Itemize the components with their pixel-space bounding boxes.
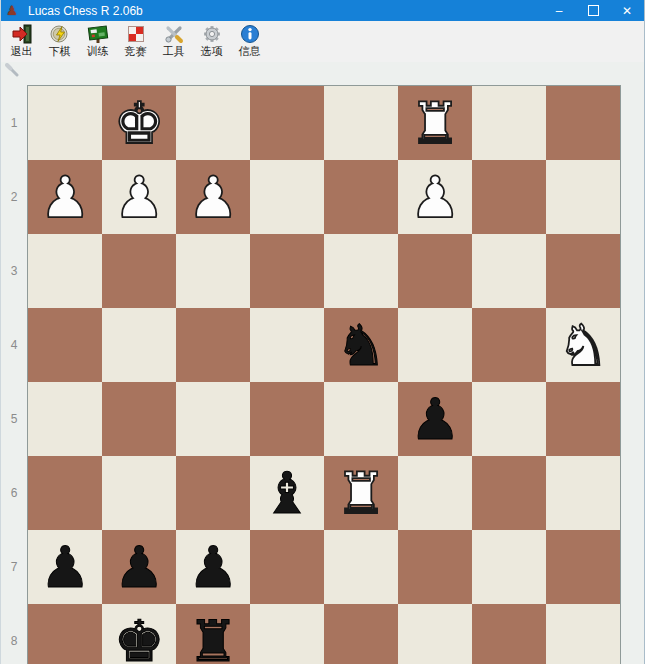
square[interactable] [398,530,472,604]
square[interactable] [250,160,324,234]
minimize-button[interactable]: – [542,0,576,21]
square[interactable] [176,234,250,308]
square[interactable] [398,234,472,308]
square[interactable] [324,604,398,664]
square[interactable] [324,86,398,160]
square[interactable] [546,382,620,456]
main-toolbar: 退出 下棋 训练 [1,21,644,64]
square[interactable] [28,456,102,530]
square[interactable] [102,456,176,530]
toolbar-label-training: 训练 [87,44,109,58]
white-rook[interactable]: ♜ [335,456,386,530]
checkered-flag-icon [126,24,146,44]
rank-label: 4 [1,308,27,382]
square[interactable]: ♟ [398,160,472,234]
toolbar-button-options[interactable]: 选项 [193,23,230,58]
square[interactable] [28,308,102,382]
square[interactable]: ♚ [102,86,176,160]
toolbar-label-exit: 退出 [11,44,33,58]
black-pawn[interactable]: ♟ [39,530,90,604]
app-pawn-icon: ♟ [6,3,22,19]
white-pawn[interactable]: ♟ [409,160,460,234]
toolbar-button-training[interactable]: 训练 [79,23,116,58]
square[interactable] [28,234,102,308]
square[interactable]: ♟ [102,530,176,604]
square[interactable] [250,530,324,604]
square[interactable]: ♜ [324,456,398,530]
square[interactable]: ♞ [546,308,620,382]
square[interactable]: ♟ [176,530,250,604]
toolbar-button-play[interactable]: 下棋 [41,23,78,58]
window-controls: – ✕ [542,0,644,21]
square[interactable]: ♞ [324,308,398,382]
toolbar-label-play: 下棋 [49,44,71,58]
white-king[interactable]: ♚ [113,86,164,160]
square[interactable] [250,86,324,160]
square[interactable] [324,234,398,308]
square[interactable] [28,382,102,456]
square[interactable] [472,456,546,530]
square[interactable]: ♜ [398,86,472,160]
title-bar: ♟ Lucas Chess R 2.06b – ✕ [1,0,644,21]
toolbar-label-tools: 工具 [163,44,185,58]
square[interactable] [472,604,546,664]
toolbar-label-information: 信息 [239,44,261,58]
toolbar-label-competition: 竞赛 [125,44,147,58]
square[interactable] [250,234,324,308]
rank-label: 7 [1,530,27,604]
square[interactable] [546,160,620,234]
rank-label: 8 [1,604,27,664]
board-settings-wrench-icon[interactable] [5,63,20,82]
square[interactable] [398,308,472,382]
toolbar-button-information[interactable]: 信息 [231,23,268,58]
crossed-tools-icon [164,24,184,44]
square[interactable] [472,86,546,160]
square[interactable] [176,382,250,456]
square[interactable] [472,530,546,604]
white-knight[interactable]: ♞ [557,308,608,382]
black-pawn[interactable]: ♟ [187,530,238,604]
square[interactable]: ♝ [250,456,324,530]
square[interactable] [250,382,324,456]
white-pawn[interactable]: ♟ [113,160,164,234]
toolbar-button-tools[interactable]: 工具 [155,23,192,58]
toolbar-label-options: 选项 [201,44,223,58]
square[interactable] [472,160,546,234]
board-area: 12345678 ♚♜♟♟♟♟♞♞♟♝♜♟♟♟♚♜ [1,62,644,664]
black-knight[interactable]: ♞ [335,308,386,382]
board: ♚♜♟♟♟♟♞♞♟♝♜♟♟♟♚♜ [28,86,620,664]
square[interactable] [398,604,472,664]
square[interactable] [546,604,620,664]
square[interactable] [546,456,620,530]
square[interactable] [324,160,398,234]
square[interactable]: ♜ [176,604,250,664]
maximize-button[interactable] [576,0,610,21]
board-frame: ♚♜♟♟♟♟♞♞♟♝♜♟♟♟♚♜ [27,85,621,664]
gear-icon [202,24,222,44]
square[interactable] [472,382,546,456]
square[interactable] [546,234,620,308]
square[interactable] [324,382,398,456]
green-board-icon [87,24,109,44]
square[interactable]: ♟ [28,530,102,604]
lucas-chess-window: { "window": { "title": "Lucas Chess R 2.… [0,0,645,664]
square[interactable] [546,86,620,160]
square[interactable] [102,234,176,308]
square[interactable] [102,308,176,382]
square[interactable]: ♟ [398,382,472,456]
close-button[interactable]: ✕ [610,0,644,21]
black-pawn[interactable]: ♟ [409,382,460,456]
toolbar-button-competition[interactable]: 竞赛 [117,23,154,58]
info-icon [240,24,260,44]
square[interactable] [176,86,250,160]
square[interactable] [28,86,102,160]
exit-door-icon [11,24,33,44]
square[interactable] [176,456,250,530]
rank-labels: 12345678 [1,86,27,664]
black-pawn[interactable]: ♟ [113,530,164,604]
white-rook[interactable]: ♜ [409,86,460,160]
square[interactable] [250,308,324,382]
square[interactable] [28,604,102,664]
toolbar-button-exit[interactable]: 退出 [3,23,40,58]
square[interactable]: ♟ [176,160,250,234]
black-king[interactable]: ♚ [113,604,164,664]
square[interactable] [324,530,398,604]
rank-label: 6 [1,456,27,530]
square[interactable] [472,234,546,308]
square[interactable] [398,456,472,530]
square[interactable] [250,604,324,664]
square[interactable] [102,382,176,456]
square[interactable]: ♚ [102,604,176,664]
rank-label: 5 [1,382,27,456]
coin-lightning-icon [50,24,70,44]
rank-label: 2 [1,160,27,234]
black-rook[interactable]: ♜ [187,604,238,664]
square[interactable]: ♟ [28,160,102,234]
rank-label: 1 [1,86,27,160]
black-bishop[interactable]: ♝ [261,456,312,530]
white-pawn[interactable]: ♟ [187,160,238,234]
rank-label: 3 [1,234,27,308]
white-pawn[interactable]: ♟ [39,160,90,234]
square[interactable] [546,530,620,604]
window-title: Lucas Chess R 2.06b [28,4,542,18]
maximize-icon [588,5,599,16]
square[interactable] [472,308,546,382]
square[interactable]: ♟ [102,160,176,234]
square[interactable] [176,308,250,382]
